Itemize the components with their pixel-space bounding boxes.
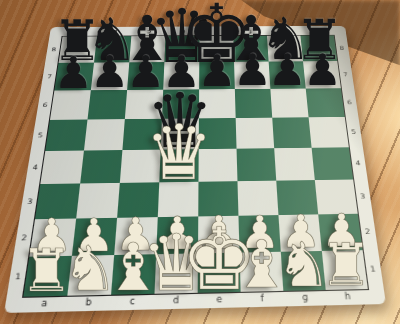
square-a4 bbox=[40, 151, 84, 185]
square-a5 bbox=[45, 120, 87, 151]
square-f4 bbox=[237, 148, 277, 181]
square-b5 bbox=[84, 119, 125, 150]
square-g5 bbox=[272, 117, 311, 148]
piece-black-pawn-h7[interactable]: ♟ bbox=[303, 49, 342, 92]
rank-label-right-4: 4 bbox=[355, 160, 361, 167]
rank-label-right-6: 6 bbox=[347, 99, 352, 105]
rank-label-left-7: 7 bbox=[47, 74, 53, 80]
piece-black-pawn-f7[interactable]: ♟ bbox=[233, 49, 272, 93]
rank-label-left-5: 5 bbox=[37, 132, 43, 138]
square-b4 bbox=[80, 150, 122, 183]
rank-label-left-4: 4 bbox=[32, 164, 38, 171]
rank-label-right-5: 5 bbox=[351, 129, 357, 135]
rank-label-right-7: 7 bbox=[343, 72, 348, 78]
square-g4 bbox=[274, 148, 315, 181]
rank-label-right-3: 3 bbox=[360, 193, 366, 200]
piece-black-pawn-a7[interactable]: ♟ bbox=[54, 51, 93, 95]
rank-label-left-6: 6 bbox=[42, 102, 48, 108]
chess-set-photo: aa11bb22cc33dd44ee55ff66gg77hh88 ♜♞♝♛♚♝♞… bbox=[0, 0, 400, 324]
piece-white-queen-d4[interactable]: ♛ bbox=[145, 116, 213, 192]
piece-white-rook-h1[interactable]: ♜ bbox=[320, 236, 372, 294]
square-f5 bbox=[236, 118, 275, 149]
rank-label-left-3: 3 bbox=[27, 198, 33, 205]
square-h5 bbox=[309, 117, 349, 148]
piece-black-pawn-g7[interactable]: ♟ bbox=[268, 49, 307, 93]
square-h4 bbox=[312, 147, 354, 180]
piece-black-pawn-b7[interactable]: ♟ bbox=[90, 50, 129, 94]
